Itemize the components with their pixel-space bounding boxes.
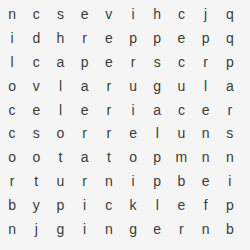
letter-cell-r3c4[interactable]: p: [73, 50, 97, 74]
letter-cell-r5c10[interactable]: r: [218, 98, 242, 122]
letter-cell-r7c10[interactable]: n: [218, 145, 242, 169]
letter-cell-r4c6[interactable]: u: [121, 74, 145, 98]
letter-cell-r10c4[interactable]: i: [73, 217, 97, 241]
letter-cell-r10c3[interactable]: g: [48, 217, 72, 241]
letter-cell-r6c4[interactable]: r: [73, 121, 97, 145]
letter-cell-r8c5[interactable]: n: [97, 169, 121, 193]
letter-cell-r8c2[interactable]: t: [24, 169, 48, 193]
letter-cell-r9c3[interactable]: p: [48, 193, 72, 217]
letter-cell-r1c4[interactable]: e: [73, 2, 97, 26]
letter-cell-r3c10[interactable]: p: [218, 50, 242, 74]
letter-cell-r9c7[interactable]: l: [145, 193, 169, 217]
letter-cell-r1c5[interactable]: v: [97, 2, 121, 26]
letter-cell-r10c7[interactable]: e: [145, 217, 169, 241]
letter-cell-r4c3[interactable]: l: [48, 74, 72, 98]
letter-cell-r5c6[interactable]: i: [121, 98, 145, 122]
letter-cell-r9c1[interactable]: b: [0, 193, 24, 217]
letter-cell-r1c7[interactable]: h: [145, 2, 169, 26]
letter-cell-r6c5[interactable]: r: [97, 121, 121, 145]
letter-cell-r10c8[interactable]: r: [169, 217, 193, 241]
letter-cell-r10c2[interactable]: j: [24, 217, 48, 241]
letter-cell-r6c1[interactable]: c: [0, 121, 24, 145]
letter-cell-r5c4[interactable]: e: [73, 98, 97, 122]
letter-cell-r2c2[interactable]: d: [24, 26, 48, 50]
letter-cell-r2c4[interactable]: r: [73, 26, 97, 50]
letter-cell-r2c5[interactable]: e: [97, 26, 121, 50]
letter-cell-r1c6[interactable]: i: [121, 2, 145, 26]
letter-cell-r4c5[interactable]: r: [97, 74, 121, 98]
letter-cell-r3c5[interactable]: e: [97, 50, 121, 74]
letter-cell-r9c6[interactable]: k: [121, 193, 145, 217]
letter-cell-r8c3[interactable]: u: [48, 169, 72, 193]
letter-cell-r8c8[interactable]: b: [169, 169, 193, 193]
letter-cell-r5c3[interactable]: l: [48, 98, 72, 122]
letter-cell-r8c10[interactable]: i: [218, 169, 242, 193]
letter-cell-r2c10[interactable]: q: [218, 26, 242, 50]
letter-cell-r9c8[interactable]: e: [169, 193, 193, 217]
letter-cell-r4c7[interactable]: g: [145, 74, 169, 98]
letter-cell-r1c2[interactable]: c: [24, 2, 48, 26]
letter-cell-r8c1[interactable]: r: [0, 169, 24, 193]
letter-cell-r7c4[interactable]: a: [73, 145, 97, 169]
letter-cell-r4c9[interactable]: l: [194, 74, 218, 98]
letter-cell-r7c7[interactable]: p: [145, 145, 169, 169]
letter-cell-r7c9[interactable]: n: [194, 145, 218, 169]
letter-cell-r6c9[interactable]: n: [194, 121, 218, 145]
letter-cell-r7c2[interactable]: o: [24, 145, 48, 169]
letter-cell-r5c1[interactable]: c: [0, 98, 24, 122]
letter-cell-r8c6[interactable]: i: [121, 169, 145, 193]
letter-cell-r2c8[interactable]: e: [169, 26, 193, 50]
letter-cell-r6c10[interactable]: s: [218, 121, 242, 145]
letter-cell-r8c7[interactable]: p: [145, 169, 169, 193]
letter-cell-r10c9[interactable]: n: [194, 217, 218, 241]
letter-cell-r7c8[interactable]: m: [169, 145, 193, 169]
letter-cell-r6c7[interactable]: l: [145, 121, 169, 145]
letter-cell-r3c8[interactable]: c: [169, 50, 193, 74]
letter-cell-r7c6[interactable]: o: [121, 145, 145, 169]
letter-cell-r4c4[interactable]: a: [73, 74, 97, 98]
letter-cell-r6c8[interactable]: u: [169, 121, 193, 145]
letter-cell-r6c3[interactable]: o: [48, 121, 72, 145]
letter-cell-r4c8[interactable]: u: [169, 74, 193, 98]
letter-cell-r1c8[interactable]: c: [169, 2, 193, 26]
letter-cell-r3c6[interactable]: r: [121, 50, 145, 74]
letter-cell-r5c8[interactable]: c: [169, 98, 193, 122]
letter-cell-r4c10[interactable]: a: [218, 74, 242, 98]
letter-cell-r3c1[interactable]: l: [0, 50, 24, 74]
letter-cell-r1c9[interactable]: j: [194, 2, 218, 26]
letter-cell-r10c6[interactable]: g: [121, 217, 145, 241]
letter-cell-r1c10[interactable]: q: [218, 2, 242, 26]
letter-cell-r5c7[interactable]: a: [145, 98, 169, 122]
letter-cell-r8c4[interactable]: r: [73, 169, 97, 193]
letter-cell-r2c7[interactable]: p: [145, 26, 169, 50]
letter-cell-r9c4[interactable]: i: [73, 193, 97, 217]
word-search-board: ncsevihcjqidhreppepqlcaperscrpovlarugula…: [0, 2, 242, 241]
letter-cell-r2c6[interactable]: p: [121, 26, 145, 50]
letter-cell-r1c1[interactable]: n: [0, 2, 24, 26]
letter-cell-r9c9[interactable]: f: [194, 193, 218, 217]
letter-cell-r9c10[interactable]: p: [218, 193, 242, 217]
letter-cell-r7c1[interactable]: o: [0, 145, 24, 169]
letter-cell-r8c9[interactable]: e: [194, 169, 218, 193]
letter-cell-r6c6[interactable]: e: [121, 121, 145, 145]
letter-cell-r9c5[interactable]: c: [97, 193, 121, 217]
letter-cell-r7c5[interactable]: t: [97, 145, 121, 169]
letter-cell-r10c1[interactable]: n: [0, 217, 24, 241]
letter-cell-r5c5[interactable]: r: [97, 98, 121, 122]
letter-cell-r9c2[interactable]: y: [24, 193, 48, 217]
letter-cell-r3c3[interactable]: a: [48, 50, 72, 74]
letter-cell-r2c1[interactable]: i: [0, 26, 24, 50]
letter-cell-r5c2[interactable]: e: [24, 98, 48, 122]
letter-cell-r4c1[interactable]: o: [0, 74, 24, 98]
letter-cell-r6c2[interactable]: s: [24, 121, 48, 145]
letter-cell-r1c3[interactable]: s: [48, 2, 72, 26]
letter-cell-r2c3[interactable]: h: [48, 26, 72, 50]
letter-cell-r10c10[interactable]: b: [218, 217, 242, 241]
letter-cell-r4c2[interactable]: v: [24, 74, 48, 98]
letter-cell-r5c9[interactable]: e: [194, 98, 218, 122]
letter-cell-r10c5[interactable]: n: [97, 217, 121, 241]
letter-cell-r7c3[interactable]: t: [48, 145, 72, 169]
letter-cell-r3c7[interactable]: s: [145, 50, 169, 74]
letter-cell-r2c9[interactable]: p: [194, 26, 218, 50]
letter-cell-r3c2[interactable]: c: [24, 50, 48, 74]
letter-cell-r3c9[interactable]: r: [194, 50, 218, 74]
